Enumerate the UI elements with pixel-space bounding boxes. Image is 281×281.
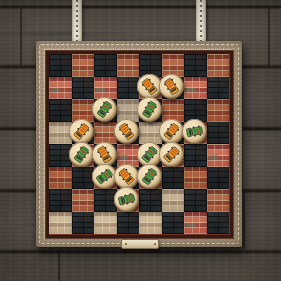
board-square[interactable] <box>49 144 72 167</box>
board-square[interactable] <box>139 189 162 212</box>
board-square[interactable] <box>72 189 95 212</box>
checker-piece-orange[interactable] <box>69 119 94 144</box>
board-square[interactable] <box>139 54 162 77</box>
checker-piece-green[interactable] <box>92 164 117 189</box>
board-square[interactable] <box>184 212 207 235</box>
checker-piece-green[interactable] <box>92 97 117 122</box>
nameplate <box>121 239 159 249</box>
board-square[interactable] <box>184 99 207 122</box>
board-square[interactable] <box>207 99 230 122</box>
board-square[interactable] <box>162 99 185 122</box>
checker-piece-green[interactable] <box>137 164 162 189</box>
board-square[interactable] <box>207 122 230 145</box>
board-square[interactable] <box>162 189 185 212</box>
nameplate-rivet <box>154 243 156 245</box>
board-square[interactable] <box>207 189 230 212</box>
checkers-board <box>36 41 242 247</box>
checker-piece-orange[interactable] <box>114 164 139 189</box>
nameplate-rivet <box>125 243 127 245</box>
checker-piece-orange[interactable] <box>159 74 184 99</box>
checker-piece-orange[interactable] <box>159 142 184 167</box>
board-square[interactable] <box>207 167 230 190</box>
plank-seam <box>58 253 60 281</box>
board-square[interactable] <box>94 212 117 235</box>
board-square[interactable] <box>72 99 95 122</box>
checker-piece-green[interactable] <box>182 119 207 144</box>
hanging-strap-left <box>72 0 82 47</box>
board-square[interactable] <box>49 77 72 100</box>
board-square[interactable] <box>117 212 140 235</box>
checker-piece-green[interactable] <box>137 97 162 122</box>
board-square[interactable] <box>184 144 207 167</box>
board-square[interactable] <box>72 54 95 77</box>
board-square[interactable] <box>117 77 140 100</box>
board-square[interactable] <box>49 99 72 122</box>
board-square[interactable] <box>184 54 207 77</box>
board-square[interactable] <box>162 54 185 77</box>
board-square[interactable] <box>117 54 140 77</box>
board-square[interactable] <box>72 167 95 190</box>
board-square[interactable] <box>207 144 230 167</box>
checker-piece-green[interactable] <box>137 142 162 167</box>
board-square[interactable] <box>139 122 162 145</box>
plank-seam <box>20 8 22 66</box>
board-square[interactable] <box>207 77 230 100</box>
checker-piece-orange[interactable] <box>92 142 117 167</box>
board-square[interactable] <box>184 167 207 190</box>
board-square[interactable] <box>184 189 207 212</box>
board-square[interactable] <box>49 122 72 145</box>
board-square[interactable] <box>49 167 72 190</box>
board-square[interactable] <box>162 167 185 190</box>
checker-piece-orange[interactable] <box>137 74 162 99</box>
board-square[interactable] <box>49 212 72 235</box>
board-square[interactable] <box>94 122 117 145</box>
plank-seam <box>243 192 245 249</box>
board-square[interactable] <box>162 212 185 235</box>
board-square[interactable] <box>139 212 162 235</box>
board-square[interactable] <box>117 144 140 167</box>
scene <box>0 0 281 281</box>
board-square[interactable] <box>94 189 117 212</box>
board-square[interactable] <box>94 77 117 100</box>
checker-piece-green[interactable] <box>69 142 94 167</box>
board-square[interactable] <box>94 54 117 77</box>
board-square[interactable] <box>184 77 207 100</box>
checker-piece-green[interactable] <box>114 187 139 212</box>
board-square[interactable] <box>117 99 140 122</box>
board-square[interactable] <box>72 77 95 100</box>
board-square[interactable] <box>49 54 72 77</box>
checker-piece-orange[interactable] <box>114 119 139 144</box>
board-square[interactable] <box>49 189 72 212</box>
board-grid <box>49 54 229 234</box>
board-square[interactable] <box>207 212 230 235</box>
board-square[interactable] <box>72 212 95 235</box>
hanging-strap-right <box>196 0 206 47</box>
board-square[interactable] <box>207 54 230 77</box>
plank-seam <box>268 8 270 66</box>
checker-piece-orange[interactable] <box>159 119 184 144</box>
